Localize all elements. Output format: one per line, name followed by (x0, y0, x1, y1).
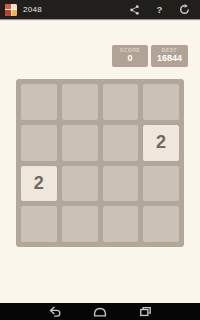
empty-cell (62, 84, 98, 120)
back-icon[interactable] (47, 305, 63, 319)
share-icon[interactable] (126, 3, 142, 17)
score-panel: SCORE 0 BEST 16844 (112, 45, 188, 67)
empty-cell (103, 166, 139, 202)
action-bar: 2048 ? (0, 0, 200, 19)
recents-icon[interactable] (137, 305, 153, 319)
best-value: 16844 (157, 53, 182, 64)
app-icon-tile (5, 10, 11, 16)
board[interactable]: 22 (16, 79, 184, 247)
empty-cell (62, 125, 98, 161)
svg-text:?: ? (156, 4, 162, 15)
tile-2: 2 (143, 125, 179, 161)
app-icon-tile (12, 4, 18, 10)
home-icon[interactable] (92, 305, 108, 319)
app-title: 2048 (23, 5, 42, 14)
game-area: SCORE 0 BEST 16844 22 (0, 19, 200, 303)
empty-cell (21, 125, 57, 161)
restart-icon[interactable] (176, 3, 192, 17)
tile-2: 2 (21, 166, 57, 202)
score-value: 0 (127, 53, 132, 64)
empty-cell (103, 84, 139, 120)
empty-cell (103, 206, 139, 242)
empty-cell (21, 206, 57, 242)
empty-cell (21, 84, 57, 120)
score-box: SCORE 0 (112, 45, 148, 67)
empty-cell (62, 206, 98, 242)
app-icon-tile (12, 10, 18, 16)
best-box: BEST 16844 (151, 45, 188, 67)
empty-cell (103, 125, 139, 161)
app-icon (5, 4, 17, 16)
help-icon[interactable]: ? (151, 3, 167, 17)
android-nav-bar (0, 303, 200, 320)
empty-cell (62, 166, 98, 202)
empty-cell (143, 206, 179, 242)
app-icon-tile (5, 4, 11, 10)
empty-cell (143, 84, 179, 120)
empty-cell (143, 166, 179, 202)
